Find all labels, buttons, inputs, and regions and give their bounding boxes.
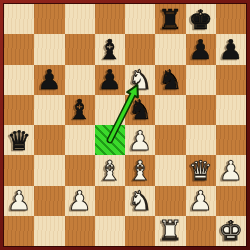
square-f6[interactable]: ♞ <box>155 65 185 95</box>
square-b7[interactable] <box>34 34 64 64</box>
piece-black-pawn[interactable]: ♟ <box>189 36 213 63</box>
piece-white-rook[interactable]: ♜ <box>158 217 182 244</box>
square-h7[interactable]: ♟ <box>216 34 246 64</box>
square-h3[interactable]: ♟ <box>216 155 246 185</box>
piece-black-pawn[interactable]: ♟ <box>37 66 61 93</box>
piece-white-bishop[interactable]: ♝ <box>98 157 122 184</box>
piece-white-pawn[interactable]: ♟ <box>219 157 243 184</box>
square-g8[interactable]: ♚ <box>186 4 216 34</box>
square-a8[interactable] <box>4 4 34 34</box>
square-e5[interactable]: ♞ <box>125 95 155 125</box>
square-b4[interactable] <box>34 125 64 155</box>
square-c4[interactable] <box>65 125 95 155</box>
square-e1[interactable] <box>125 216 155 246</box>
square-c6[interactable] <box>65 65 95 95</box>
square-f2[interactable] <box>155 186 185 216</box>
square-e2[interactable]: ♞ <box>125 186 155 216</box>
piece-black-queen[interactable]: ♛ <box>7 127 31 154</box>
square-g5[interactable] <box>186 95 216 125</box>
square-b5[interactable] <box>34 95 64 125</box>
square-c7[interactable] <box>65 34 95 64</box>
piece-white-pawn[interactable]: ♟ <box>7 187 31 214</box>
piece-black-bishop[interactable]: ♝ <box>68 96 92 123</box>
piece-black-bishop[interactable]: ♝ <box>98 36 122 63</box>
square-d6[interactable]: ♟ <box>95 65 125 95</box>
chess-board-frame: ♜♚♝♟♟♟♟♞♞♝♞♛♟♝♝♛♟♟♟♞♟♜♚ <box>0 0 250 250</box>
square-a2[interactable]: ♟ <box>4 186 34 216</box>
square-d1[interactable] <box>95 216 125 246</box>
square-d8[interactable] <box>95 4 125 34</box>
square-f3[interactable] <box>155 155 185 185</box>
piece-black-pawn[interactable]: ♟ <box>98 66 122 93</box>
square-f5[interactable] <box>155 95 185 125</box>
piece-white-pawn[interactable]: ♟ <box>189 187 213 214</box>
square-a1[interactable] <box>4 216 34 246</box>
square-g4[interactable] <box>186 125 216 155</box>
square-g6[interactable] <box>186 65 216 95</box>
square-a3[interactable] <box>4 155 34 185</box>
square-d5[interactable] <box>95 95 125 125</box>
square-e6[interactable]: ♞ <box>125 65 155 95</box>
square-e4[interactable]: ♟ <box>125 125 155 155</box>
square-a5[interactable] <box>4 95 34 125</box>
square-g7[interactable]: ♟ <box>186 34 216 64</box>
square-f4[interactable] <box>155 125 185 155</box>
square-e3[interactable]: ♝ <box>125 155 155 185</box>
square-d7[interactable]: ♝ <box>95 34 125 64</box>
square-c5[interactable]: ♝ <box>65 95 95 125</box>
piece-black-king[interactable]: ♚ <box>189 6 213 33</box>
square-g3[interactable]: ♛ <box>186 155 216 185</box>
piece-white-knight[interactable]: ♞ <box>128 66 152 93</box>
piece-white-pawn[interactable]: ♟ <box>128 127 152 154</box>
square-a6[interactable] <box>4 65 34 95</box>
square-a7[interactable] <box>4 34 34 64</box>
square-h2[interactable] <box>216 186 246 216</box>
square-g2[interactable]: ♟ <box>186 186 216 216</box>
square-f1[interactable]: ♜ <box>155 216 185 246</box>
square-h6[interactable] <box>216 65 246 95</box>
square-c2[interactable]: ♟ <box>65 186 95 216</box>
piece-black-knight[interactable]: ♞ <box>158 66 182 93</box>
square-d3[interactable]: ♝ <box>95 155 125 185</box>
square-c3[interactable] <box>65 155 95 185</box>
piece-white-king[interactable]: ♚ <box>219 217 243 244</box>
piece-white-queen[interactable]: ♛ <box>189 157 213 184</box>
square-h8[interactable] <box>216 4 246 34</box>
square-f7[interactable] <box>155 34 185 64</box>
square-b1[interactable] <box>34 216 64 246</box>
piece-black-pawn[interactable]: ♟ <box>219 36 243 63</box>
square-h5[interactable] <box>216 95 246 125</box>
square-a4[interactable]: ♛ <box>4 125 34 155</box>
piece-white-pawn[interactable]: ♟ <box>68 187 92 214</box>
piece-white-bishop[interactable]: ♝ <box>128 157 152 184</box>
square-h4[interactable] <box>216 125 246 155</box>
piece-white-knight[interactable]: ♞ <box>128 187 152 214</box>
square-b6[interactable]: ♟ <box>34 65 64 95</box>
piece-black-knight[interactable]: ♞ <box>128 96 152 123</box>
square-b2[interactable] <box>34 186 64 216</box>
square-e8[interactable] <box>125 4 155 34</box>
square-f8[interactable]: ♜ <box>155 4 185 34</box>
square-b8[interactable] <box>34 4 64 34</box>
square-d2[interactable] <box>95 186 125 216</box>
square-g1[interactable] <box>186 216 216 246</box>
square-h1[interactable]: ♚ <box>216 216 246 246</box>
chess-board: ♜♚♝♟♟♟♟♞♞♝♞♛♟♝♝♛♟♟♟♞♟♜♚ <box>4 4 246 246</box>
square-c8[interactable] <box>65 4 95 34</box>
square-d4[interactable] <box>95 125 125 155</box>
square-e7[interactable] <box>125 34 155 64</box>
piece-black-rook[interactable]: ♜ <box>158 6 182 33</box>
square-c1[interactable] <box>65 216 95 246</box>
square-b3[interactable] <box>34 155 64 185</box>
